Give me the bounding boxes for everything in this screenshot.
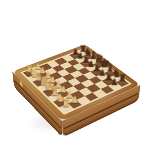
piece-glyph: ♜ (61, 98, 70, 108)
piece-glyph: ♟ (111, 78, 119, 87)
black-pawn[interactable]: ♟ (110, 68, 120, 86)
white-rook[interactable]: ♜ (61, 88, 71, 108)
photo-background: ♜♞♝♛♚♝♞♜♟♟♟♟♟♟♟♟♟♟♟♟♟♟♟♟♜♞♝♛♚♝♞♜ (0, 0, 150, 150)
chess-box: ♜♞♝♛♚♝♞♜♟♟♟♟♟♟♟♟♟♟♟♟♟♟♟♟♜♞♝♛♚♝♞♜ (12, 44, 140, 121)
piece-glyph: ♟ (70, 95, 78, 104)
stage: ♜♞♝♛♚♝♞♜♟♟♟♟♟♟♟♟♟♟♟♟♟♟♟♟♜♞♝♛♚♝♞♜ (0, 0, 150, 150)
